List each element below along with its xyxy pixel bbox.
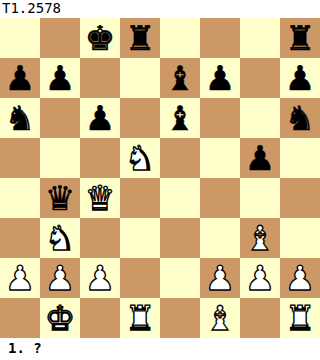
black-pawn-icon: ♟	[245, 138, 275, 178]
square-e5[interactable]	[160, 138, 200, 178]
square-b7[interactable]: ♟	[40, 58, 80, 98]
square-d3[interactable]	[120, 218, 160, 258]
square-c2[interactable]: ♟	[80, 258, 120, 298]
white-pawn-icon: ♟	[5, 258, 35, 298]
square-f2[interactable]: ♟	[200, 258, 240, 298]
white-pawn-icon: ♟	[205, 258, 235, 298]
white-rook-icon: ♜	[125, 298, 155, 338]
square-c8[interactable]: ♚	[80, 18, 120, 58]
square-b1[interactable]: ♚	[40, 298, 80, 338]
square-d6[interactable]	[120, 98, 160, 138]
square-c3[interactable]	[80, 218, 120, 258]
square-g6[interactable]	[240, 98, 280, 138]
white-pawn-icon: ♟	[85, 258, 115, 298]
square-c7[interactable]	[80, 58, 120, 98]
square-e3[interactable]	[160, 218, 200, 258]
white-pawn-icon: ♟	[285, 258, 315, 298]
square-e6[interactable]: ♝	[160, 98, 200, 138]
square-a1[interactable]	[0, 298, 40, 338]
square-d5[interactable]: ♞	[120, 138, 160, 178]
square-h3[interactable]	[280, 218, 320, 258]
square-a3[interactable]	[0, 218, 40, 258]
square-f5[interactable]	[200, 138, 240, 178]
white-king-icon: ♚	[45, 298, 75, 338]
square-b2[interactable]: ♟	[40, 258, 80, 298]
white-pawn-icon: ♟	[45, 258, 75, 298]
move-prompt: 1. ?	[0, 338, 320, 360]
chess-board: ♚♜♜♟♟♝♟♟♞♟♝♞♞♟♛♛♞♝♟♟♟♟♟♟♚♜♝♜	[0, 18, 320, 338]
black-bishop-icon: ♝	[165, 98, 195, 138]
square-c4[interactable]: ♛	[80, 178, 120, 218]
square-f7[interactable]: ♟	[200, 58, 240, 98]
black-pawn-icon: ♟	[85, 98, 115, 138]
square-h4[interactable]	[280, 178, 320, 218]
square-h6[interactable]: ♞	[280, 98, 320, 138]
black-queen-icon: ♛	[45, 178, 75, 218]
square-f6[interactable]	[200, 98, 240, 138]
black-knight-icon: ♞	[285, 98, 315, 138]
square-d1[interactable]: ♜	[120, 298, 160, 338]
white-rook-icon: ♜	[285, 298, 315, 338]
square-c1[interactable]	[80, 298, 120, 338]
square-f1[interactable]: ♝	[200, 298, 240, 338]
white-knight-icon: ♞	[45, 218, 75, 258]
square-e7[interactable]: ♝	[160, 58, 200, 98]
square-e8[interactable]	[160, 18, 200, 58]
black-rook-icon: ♜	[285, 18, 315, 58]
black-pawn-icon: ♟	[205, 58, 235, 98]
black-king-icon: ♚	[85, 18, 115, 58]
square-g4[interactable]	[240, 178, 280, 218]
black-bishop-icon: ♝	[165, 58, 195, 98]
black-pawn-icon: ♟	[45, 58, 75, 98]
white-pawn-icon: ♟	[245, 258, 275, 298]
square-d4[interactable]	[120, 178, 160, 218]
square-g2[interactable]: ♟	[240, 258, 280, 298]
square-g8[interactable]	[240, 18, 280, 58]
square-d2[interactable]	[120, 258, 160, 298]
white-bishop-icon: ♝	[205, 298, 235, 338]
square-a7[interactable]: ♟	[0, 58, 40, 98]
white-knight-icon: ♞	[125, 138, 155, 178]
square-f4[interactable]	[200, 178, 240, 218]
square-h5[interactable]	[280, 138, 320, 178]
square-b5[interactable]	[40, 138, 80, 178]
square-e1[interactable]	[160, 298, 200, 338]
square-h2[interactable]: ♟	[280, 258, 320, 298]
square-g7[interactable]	[240, 58, 280, 98]
square-b4[interactable]: ♛	[40, 178, 80, 218]
square-f3[interactable]	[200, 218, 240, 258]
black-pawn-icon: ♟	[5, 58, 35, 98]
square-h7[interactable]: ♟	[280, 58, 320, 98]
black-rook-icon: ♜	[125, 18, 155, 58]
square-d7[interactable]	[120, 58, 160, 98]
square-f8[interactable]	[200, 18, 240, 58]
square-b6[interactable]	[40, 98, 80, 138]
black-pawn-icon: ♟	[285, 58, 315, 98]
square-a6[interactable]: ♞	[0, 98, 40, 138]
square-a5[interactable]	[0, 138, 40, 178]
square-e4[interactable]	[160, 178, 200, 218]
puzzle-id: T1.2578	[0, 0, 320, 18]
square-b3[interactable]: ♞	[40, 218, 80, 258]
square-a2[interactable]: ♟	[0, 258, 40, 298]
square-h1[interactable]: ♜	[280, 298, 320, 338]
square-c5[interactable]	[80, 138, 120, 178]
white-queen-icon: ♛	[85, 178, 115, 218]
square-c6[interactable]: ♟	[80, 98, 120, 138]
square-b8[interactable]	[40, 18, 80, 58]
square-g1[interactable]	[240, 298, 280, 338]
square-a8[interactable]	[0, 18, 40, 58]
square-e2[interactable]	[160, 258, 200, 298]
white-bishop-icon: ♝	[245, 218, 275, 258]
square-g5[interactable]: ♟	[240, 138, 280, 178]
square-d8[interactable]: ♜	[120, 18, 160, 58]
square-g3[interactable]: ♝	[240, 218, 280, 258]
black-knight-icon: ♞	[5, 98, 35, 138]
square-a4[interactable]	[0, 178, 40, 218]
square-h8[interactable]: ♜	[280, 18, 320, 58]
